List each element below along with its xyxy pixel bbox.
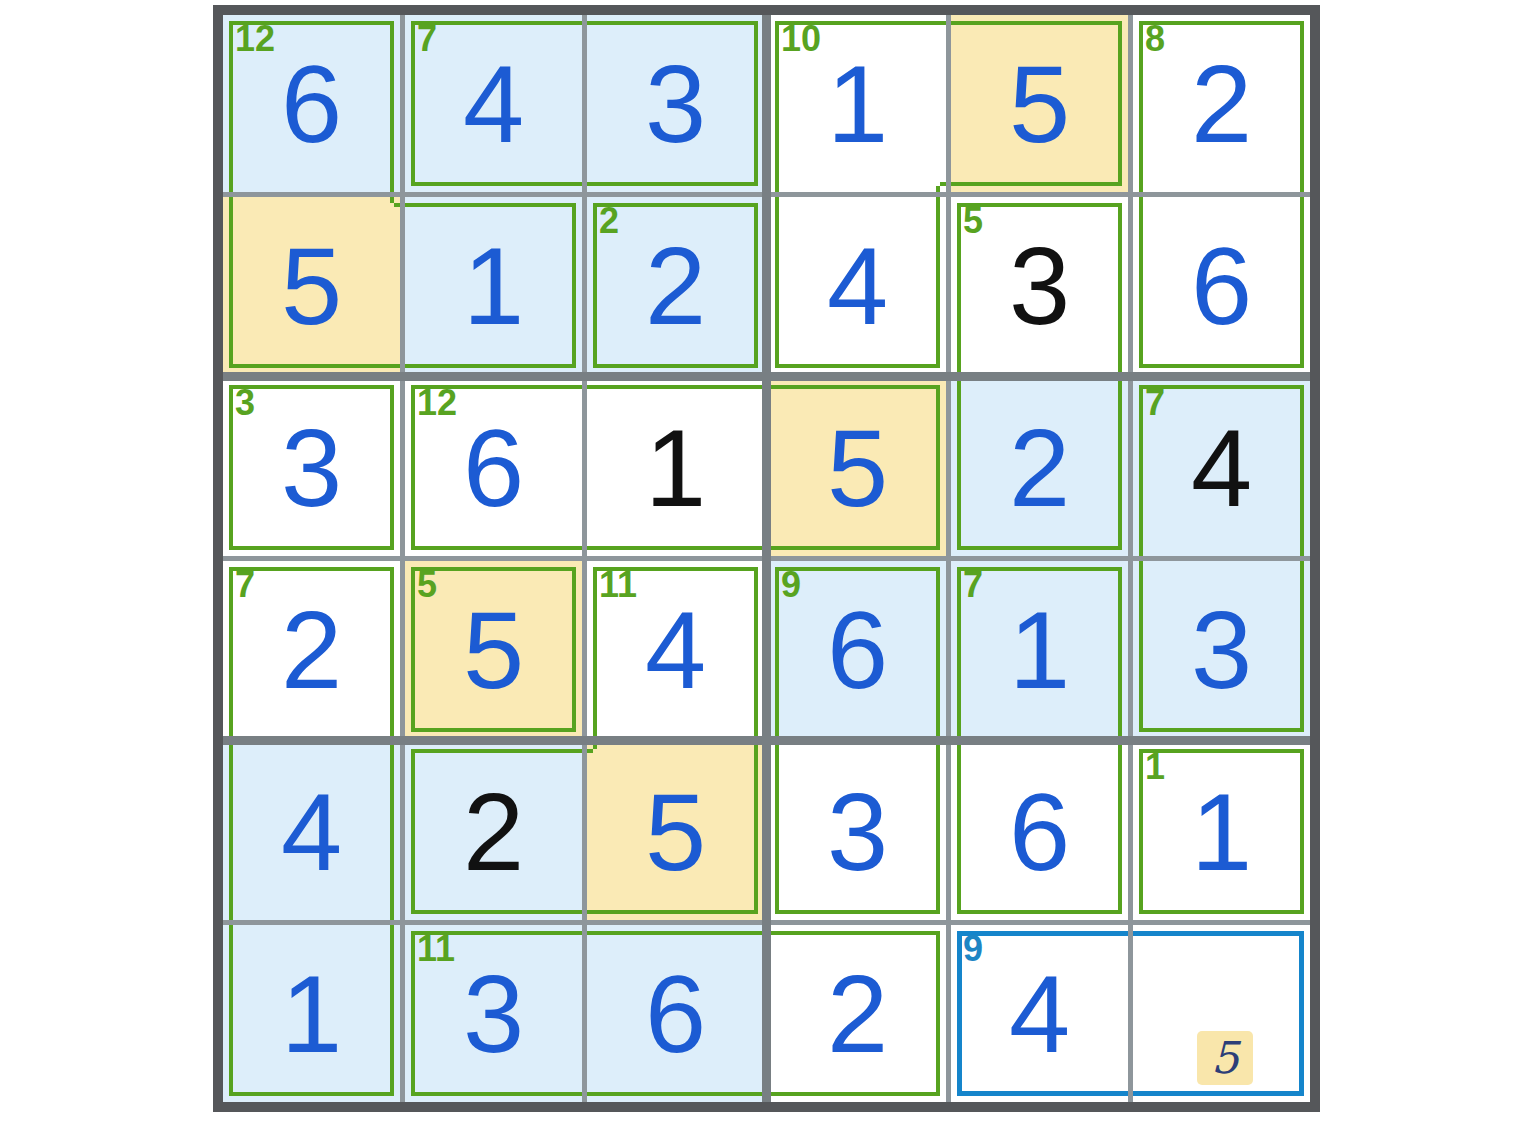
- cell-r1c2[interactable]: 47: [405, 15, 582, 192]
- cage-sum-label: 9: [781, 565, 801, 605]
- entered-digit: 3: [463, 959, 524, 1069]
- cage-sum-label: 9: [963, 929, 983, 969]
- cell-r6c6[interactable]: 5: [1133, 925, 1310, 1102]
- cell-r6c3[interactable]: 6: [587, 925, 764, 1102]
- cell-r6c4[interactable]: 2: [769, 925, 946, 1102]
- entered-digit: 6: [281, 49, 342, 159]
- entered-digit: 6: [1191, 231, 1252, 341]
- entered-digit: 2: [1191, 49, 1252, 159]
- cell-r4c3[interactable]: 411: [587, 561, 764, 738]
- cage-sum-label: 10: [781, 19, 821, 59]
- cage-sum-label: 7: [235, 565, 255, 605]
- entered-digit: 1: [281, 959, 342, 1069]
- grid: 6124731105285122435633612152472755411691…: [223, 15, 1310, 1102]
- cell-r2c6[interactable]: 6: [1133, 197, 1310, 374]
- cell-r6c5[interactable]: 49: [951, 925, 1128, 1102]
- entered-digit: 2: [645, 231, 706, 341]
- cell-r5c4[interactable]: 3: [769, 743, 946, 920]
- entered-digit: 1: [1009, 595, 1070, 705]
- cell-r1c1[interactable]: 612: [223, 15, 400, 192]
- cage-sum-label: 11: [417, 929, 455, 969]
- entered-digit: 2: [1009, 413, 1070, 523]
- cell-r2c2[interactable]: 1: [405, 197, 582, 374]
- cell-r2c1[interactable]: 5: [223, 197, 400, 374]
- board: 6124731105285122435633612152472755411691…: [213, 5, 1320, 1112]
- entered-digit: 6: [645, 959, 706, 1069]
- cell-r2c5[interactable]: 35: [951, 197, 1128, 374]
- entered-digit: 5: [827, 413, 888, 523]
- entered-digit: 3: [1191, 595, 1252, 705]
- cell-r2c3[interactable]: 22: [587, 197, 764, 374]
- cell-r1c5[interactable]: 5: [951, 15, 1128, 192]
- pencil-mark-5: 5: [1197, 1031, 1253, 1085]
- entered-digit: 4: [281, 777, 342, 887]
- cell-r4c1[interactable]: 27: [223, 561, 400, 738]
- given-digit: 1: [645, 413, 706, 523]
- entered-digit: 2: [281, 595, 342, 705]
- cell-r5c1[interactable]: 4: [223, 743, 400, 920]
- entered-digit: 6: [1009, 777, 1070, 887]
- cell-r5c2[interactable]: 2: [405, 743, 582, 920]
- cell-r1c3[interactable]: 3: [587, 15, 764, 192]
- entered-digit: 4: [645, 595, 706, 705]
- cell-r3c6[interactable]: 47: [1133, 379, 1310, 556]
- cell-r6c1[interactable]: 1: [223, 925, 400, 1102]
- entered-digit: 3: [645, 49, 706, 159]
- cage-sum-label: 7: [1145, 383, 1165, 423]
- cell-r1c4[interactable]: 110: [769, 15, 946, 192]
- cage-sum-label: 2: [599, 201, 619, 241]
- cage-sum-label: 12: [235, 19, 275, 59]
- entered-digit: 1: [463, 231, 524, 341]
- cell-r4c2[interactable]: 55: [405, 561, 582, 738]
- cell-r4c4[interactable]: 69: [769, 561, 946, 738]
- entered-digit: 1: [827, 49, 888, 159]
- cage-sum-label: 5: [963, 201, 983, 241]
- cell-r3c2[interactable]: 612: [405, 379, 582, 556]
- entered-digit: 3: [281, 413, 342, 523]
- cage-sum-label: 8: [1145, 19, 1165, 59]
- cell-r6c2[interactable]: 311: [405, 925, 582, 1102]
- cell-r1c6[interactable]: 28: [1133, 15, 1310, 192]
- cage-sum-label: 5: [417, 565, 437, 605]
- entered-digit: 6: [463, 413, 524, 523]
- cage-sum-label: 11: [599, 565, 637, 605]
- entered-digit: 5: [645, 777, 706, 887]
- cell-r5c6[interactable]: 11: [1133, 743, 1310, 920]
- cage-sum-label: 1: [1145, 747, 1165, 787]
- cell-r2c4[interactable]: 4: [769, 197, 946, 374]
- entered-digit: 5: [281, 231, 342, 341]
- entered-digit: 5: [463, 595, 524, 705]
- given-digit: 2: [463, 777, 524, 887]
- entered-digit: 4: [1009, 959, 1070, 1069]
- cage-sum-label: 3: [235, 383, 255, 423]
- cell-r5c3[interactable]: 5: [587, 743, 764, 920]
- cell-r3c5[interactable]: 2: [951, 379, 1128, 556]
- entered-digit: 3: [827, 777, 888, 887]
- entered-digit: 4: [827, 231, 888, 341]
- cell-r3c3[interactable]: 1: [587, 379, 764, 556]
- given-digit: 4: [1191, 413, 1252, 523]
- cell-r3c1[interactable]: 33: [223, 379, 400, 556]
- cage-sum-label: 12: [417, 383, 457, 423]
- cell-r4c5[interactable]: 17: [951, 561, 1128, 738]
- cage-sum-label: 7: [417, 19, 437, 59]
- cage-sum-label: 7: [963, 565, 983, 605]
- cell-r3c4[interactable]: 5: [769, 379, 946, 556]
- given-digit: 3: [1009, 231, 1070, 341]
- cell-r5c5[interactable]: 6: [951, 743, 1128, 920]
- entered-digit: 5: [1009, 49, 1070, 159]
- entered-digit: 2: [827, 959, 888, 1069]
- entered-digit: 6: [827, 595, 888, 705]
- entered-digit: 4: [463, 49, 524, 159]
- cell-r4c6[interactable]: 3: [1133, 561, 1310, 738]
- entered-digit: 1: [1191, 777, 1252, 887]
